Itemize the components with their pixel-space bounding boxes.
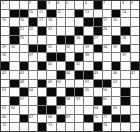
white-cell[interactable] [57,123,65,131]
white-cell[interactable] [75,80,83,88]
clue-number: 63 [57,106,61,109]
white-cell[interactable] [131,80,139,88]
white-cell[interactable]: 44 [66,71,74,79]
black-cell [10,36,18,44]
black-cell [131,62,139,70]
white-cell[interactable] [131,106,139,114]
clue-number: 54 [29,88,33,91]
black-cell [20,62,28,70]
white-cell[interactable] [131,123,139,131]
white-cell[interactable]: 59 [75,97,83,105]
black-cell [20,115,28,123]
white-cell[interactable] [47,97,55,105]
black-cell [10,27,18,35]
white-cell[interactable] [29,123,37,131]
clue-number: 4 [57,1,59,4]
black-cell [57,53,65,61]
white-cell[interactable]: 11 [38,10,46,18]
clue-number: 45 [94,71,98,74]
black-cell [94,97,102,105]
white-cell[interactable] [20,45,28,53]
black-cell [10,10,18,18]
white-cell[interactable] [75,18,83,26]
white-cell[interactable] [57,45,65,53]
clue-number: 66 [2,115,6,118]
white-cell[interactable]: 67 [29,115,37,123]
clue-number: 61 [2,106,6,109]
white-cell[interactable]: 74 [103,123,111,131]
white-cell[interactable] [121,18,129,26]
white-cell[interactable] [121,106,129,114]
white-cell[interactable] [38,115,46,123]
white-cell[interactable] [94,10,102,18]
black-cell [75,10,83,18]
black-cell [47,53,55,61]
clue-number: 26 [76,36,80,39]
white-cell[interactable] [66,106,74,114]
clue-number: 15 [2,18,6,21]
clue-number: 50 [57,80,61,83]
white-cell[interactable]: 21 [20,27,28,35]
white-cell[interactable] [20,106,28,114]
black-cell [121,97,129,105]
clue-number: 12 [57,10,61,13]
white-cell[interactable] [47,36,55,44]
white-cell[interactable] [66,80,74,88]
white-cell[interactable] [29,80,37,88]
clue-number: 22 [29,27,33,30]
black-cell [38,106,46,114]
white-cell[interactable]: 70 [94,115,102,123]
black-cell [66,88,74,96]
black-cell [66,36,74,44]
white-cell[interactable]: 66 [1,115,9,123]
white-cell[interactable] [29,106,37,114]
white-cell[interactable] [112,27,120,35]
black-cell [66,62,74,70]
white-cell[interactable] [66,18,74,26]
white-cell[interactable] [131,97,139,105]
white-cell[interactable]: 7 [103,1,111,9]
black-cell [112,115,120,123]
black-cell [112,36,120,44]
clue-number: 35 [113,45,117,48]
white-cell[interactable]: 1 [1,1,9,9]
white-cell[interactable] [131,10,139,18]
white-cell[interactable] [47,71,55,79]
black-cell [112,10,120,18]
black-cell [75,27,83,35]
black-cell [84,18,92,26]
white-cell[interactable] [112,123,120,131]
clue-number: 74 [103,123,107,126]
clue-number: 25 [20,36,24,39]
clue-number: 28 [122,36,126,39]
white-cell[interactable]: 13 [84,10,92,18]
white-cell[interactable] [75,123,83,131]
white-cell[interactable] [38,88,46,96]
clue-number: 18 [48,18,52,21]
white-cell[interactable]: 58 [66,97,74,105]
black-cell [29,18,37,26]
white-cell[interactable] [66,10,74,18]
white-cell[interactable] [131,115,139,123]
black-cell [57,97,65,105]
clue-number: 69 [66,115,70,118]
black-cell [94,62,102,70]
white-cell[interactable] [84,123,92,131]
white-cell[interactable]: 31 [47,45,55,53]
white-cell[interactable]: 36 [1,53,9,61]
black-cell [84,71,92,79]
clue-number: 2 [29,1,31,4]
white-cell[interactable] [121,62,129,70]
black-cell [121,45,129,53]
white-cell[interactable] [57,18,65,26]
clue-number: 51 [85,80,89,83]
clue-number: 67 [29,115,33,118]
white-cell[interactable] [20,53,28,61]
white-cell[interactable] [112,1,120,9]
clue-number: 64 [94,106,98,109]
white-cell[interactable] [121,123,129,131]
clue-number: 38 [85,53,89,56]
white-cell[interactable] [112,97,120,105]
black-cell [94,123,102,131]
black-cell [20,88,28,96]
white-cell[interactable] [66,27,74,35]
clue-number: 71 [103,115,107,118]
clue-number: 14 [122,10,126,13]
black-cell [94,27,102,35]
white-cell[interactable]: 47 [131,71,139,79]
white-cell[interactable]: 3 [47,1,55,9]
black-cell [57,115,65,123]
clue-number: 53 [2,88,6,91]
white-cell[interactable]: 20 [112,18,120,26]
black-cell [47,106,55,114]
clue-number: 47 [131,71,135,74]
black-cell [38,45,46,53]
white-cell[interactable] [20,1,28,9]
white-cell[interactable]: 52 [112,80,120,88]
clue-number: 39 [122,53,126,56]
white-cell[interactable] [112,88,120,96]
white-cell[interactable]: 29 [1,45,9,53]
white-cell[interactable]: 19 [103,18,111,26]
clue-number: 41 [76,62,80,65]
clue-number: 30 [11,45,15,48]
white-cell[interactable] [131,27,139,35]
clue-number: 49 [48,80,52,83]
clue-number: 42 [2,71,6,74]
white-cell[interactable]: 17 [38,18,46,26]
black-cell [94,45,102,53]
clue-number: 23 [48,27,52,30]
white-cell[interactable]: 48 [20,80,28,88]
white-cell[interactable] [38,53,46,61]
white-cell[interactable] [10,53,18,61]
clue-number: 43 [20,71,24,74]
white-cell[interactable] [1,97,9,105]
black-cell [121,115,129,123]
clue-number: 68 [48,115,52,118]
black-cell [1,62,9,70]
black-cell [57,36,65,44]
black-cell [103,80,111,88]
white-cell[interactable] [10,115,18,123]
white-cell[interactable] [84,27,92,35]
clue-number: 3 [48,1,50,4]
clue-number: 37 [29,53,33,56]
white-cell[interactable]: 49 [47,80,55,88]
black-cell [84,115,92,123]
white-cell[interactable]: 35 [112,45,120,53]
black-cell [94,80,102,88]
black-cell [29,45,37,53]
clue-number: 33 [85,45,89,48]
white-cell[interactable] [84,62,92,70]
white-cell[interactable] [84,97,92,105]
clue-number: 73 [48,123,52,126]
white-cell[interactable]: 14 [121,10,129,18]
black-cell [94,1,102,9]
clue-number: 16 [20,18,24,21]
white-cell[interactable] [131,18,139,26]
white-cell[interactable] [66,53,74,61]
clue-number: 55 [85,88,89,91]
white-cell[interactable] [103,71,111,79]
clue-number: 32 [66,45,70,48]
white-cell[interactable]: 12 [57,10,65,18]
white-cell[interactable] [84,106,92,114]
black-cell [38,62,46,70]
clue-number: 9 [131,1,133,4]
white-cell[interactable] [29,36,37,44]
white-cell[interactable]: 54 [29,88,37,96]
clue-number: 5 [66,1,68,4]
white-cell[interactable]: 43 [20,71,28,79]
white-cell[interactable]: 16 [20,18,28,26]
white-cell[interactable]: 2 [29,1,37,9]
white-cell[interactable]: 68 [47,115,55,123]
clue-number: 46 [113,71,117,74]
white-cell[interactable]: 15 [1,18,9,26]
clue-number: 34 [103,45,107,48]
white-cell[interactable]: 72 [1,123,9,131]
clue-number: 11 [39,10,43,13]
white-cell[interactable]: 42 [1,71,9,79]
white-cell[interactable] [75,45,83,53]
black-cell [103,106,111,114]
white-cell[interactable]: 63 [57,106,65,114]
clue-number: 65 [113,106,117,109]
clue-number: 17 [39,18,43,21]
white-cell[interactable] [131,88,139,96]
white-cell[interactable] [1,36,9,44]
clue-number: 72 [2,123,6,126]
white-cell[interactable]: 65 [112,106,120,114]
white-cell[interactable]: 40 [47,62,55,70]
white-cell[interactable] [29,97,37,105]
white-cell[interactable]: 23 [47,27,55,35]
white-cell[interactable]: 26 [75,36,83,44]
black-cell [121,27,129,35]
black-cell [112,62,120,70]
white-cell[interactable] [75,115,83,123]
clue-number: 19 [103,18,107,21]
clue-number: 44 [66,71,70,74]
white-cell[interactable] [94,53,102,61]
white-cell[interactable] [10,123,18,131]
clue-number: 57 [20,97,24,100]
clue-number: 29 [2,45,6,48]
black-cell [75,53,83,61]
white-cell[interactable] [66,123,74,131]
white-cell[interactable] [112,53,120,61]
white-cell[interactable] [10,1,18,9]
white-cell[interactable] [103,62,111,70]
white-cell[interactable]: 24 [103,27,111,35]
white-cell[interactable]: 41 [75,62,83,70]
white-cell[interactable] [10,88,18,96]
white-cell[interactable]: 6 [84,1,92,9]
clue-number: 40 [48,62,52,65]
black-cell [47,88,55,96]
white-cell[interactable]: 34 [103,45,111,53]
white-cell[interactable]: 22 [29,27,37,35]
white-cell[interactable]: 64 [94,106,102,114]
white-cell[interactable] [94,88,102,96]
black-cell [38,1,46,9]
white-cell[interactable]: 57 [20,97,28,105]
white-cell[interactable] [29,62,37,70]
clue-number: 36 [2,53,6,56]
white-cell[interactable]: 55 [84,88,92,96]
white-cell[interactable]: 60 [103,97,111,105]
clue-number: 58 [66,97,70,100]
white-cell[interactable]: 46 [112,71,120,79]
white-cell[interactable]: 25 [20,36,28,44]
white-cell[interactable] [1,10,9,18]
black-cell [121,88,129,96]
white-cell[interactable] [57,88,65,96]
clue-number: 8 [122,1,124,4]
white-cell[interactable] [121,71,129,79]
white-cell[interactable] [103,10,111,18]
white-cell[interactable] [10,71,18,79]
white-cell[interactable] [38,71,46,79]
clue-number: 27 [94,36,98,39]
white-cell[interactable]: 62 [10,106,18,114]
white-cell[interactable] [38,36,46,44]
black-cell [38,123,46,131]
black-cell [38,27,46,35]
clue-number: 56 [103,88,107,91]
white-cell[interactable] [75,1,83,9]
white-cell[interactable]: 33 [84,45,92,53]
crossword-grid: 1234567891011121314151617181920212223242… [0,0,140,132]
white-cell[interactable] [57,27,65,35]
clue-number: 20 [113,18,117,21]
clue-number: 7 [103,1,105,4]
white-cell[interactable] [75,106,83,114]
white-cell[interactable]: 61 [1,106,9,114]
white-cell[interactable]: 27 [94,36,102,44]
clue-number: 59 [76,97,80,100]
white-cell[interactable] [29,71,37,79]
white-cell[interactable] [121,80,129,88]
white-cell[interactable]: 37 [29,53,37,61]
black-cell [38,97,46,105]
black-cell [57,71,65,79]
white-cell[interactable]: 10 [29,10,37,18]
black-cell [47,10,55,18]
white-cell[interactable]: 5 [66,1,74,9]
white-cell[interactable] [103,36,111,44]
white-cell[interactable] [20,123,28,131]
white-cell[interactable] [131,36,139,44]
white-cell[interactable]: 28 [121,36,129,44]
black-cell [75,88,83,96]
white-cell[interactable]: 71 [103,115,111,123]
black-cell [38,80,46,88]
black-cell [20,10,28,18]
black-cell [84,36,92,44]
white-cell[interactable]: 8 [121,1,129,9]
white-cell[interactable]: 9 [131,1,139,9]
white-cell[interactable]: 56 [103,88,111,96]
white-cell[interactable]: 4 [57,1,65,9]
white-cell[interactable]: 45 [94,71,102,79]
clue-number: 31 [48,45,52,48]
black-cell [75,71,83,79]
black-cell [10,80,18,88]
clue-number: 1 [2,1,4,4]
white-cell[interactable]: 50 [57,80,65,88]
white-cell[interactable]: 73 [47,123,55,131]
clue-number: 10 [29,10,33,13]
white-cell[interactable]: 53 [1,88,9,96]
black-cell [10,97,18,105]
black-cell [94,18,102,26]
clue-number: 48 [20,80,24,83]
white-cell[interactable]: 18 [47,18,55,26]
white-cell[interactable] [10,18,18,26]
clue-number: 70 [94,115,98,118]
clue-number: 24 [103,27,107,30]
clue-number: 62 [11,106,15,109]
white-cell[interactable]: 39 [121,53,129,61]
clue-number: 52 [113,80,117,83]
white-cell[interactable]: 51 [84,80,92,88]
white-cell[interactable]: 30 [10,45,18,53]
white-cell[interactable] [57,62,65,70]
white-cell[interactable] [1,80,9,88]
white-cell[interactable] [1,27,9,35]
white-cell[interactable] [131,45,139,53]
white-cell[interactable]: 32 [66,45,74,53]
clue-number: 21 [20,27,24,30]
white-cell[interactable] [103,53,111,61]
clue-number: 60 [103,97,107,100]
white-cell[interactable] [131,53,139,61]
white-cell[interactable]: 69 [66,115,74,123]
white-cell[interactable] [10,62,18,70]
white-cell[interactable]: 38 [84,53,92,61]
clue-number: 13 [85,10,89,13]
clue-number: 6 [85,1,87,4]
